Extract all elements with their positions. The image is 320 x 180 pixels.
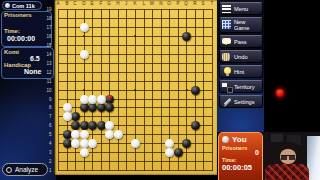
star-point [83, 89, 85, 91]
row-label: 14 [43, 51, 52, 56]
settings-icon [223, 97, 232, 106]
territory-icon [222, 82, 232, 92]
white-stone-C5 [71, 130, 80, 139]
player-stone-icon [222, 136, 229, 143]
pass-icon [222, 38, 231, 44]
prisoners-label: Prisoners [4, 12, 32, 18]
row-label: 18 [43, 15, 52, 20]
grid-line-vertical [178, 9, 179, 171]
white-stone-D3 [80, 148, 89, 157]
white-stone-B8 [63, 103, 72, 112]
black-stone-C6 [71, 121, 80, 130]
undo-button-label: Undo [234, 54, 248, 60]
right-sidebar: Menu New Game Pass Undo Hint Territory [217, 0, 264, 132]
row-label: 16 [43, 33, 52, 38]
analyze-label: Analyze [15, 166, 38, 173]
column-label: R [193, 0, 196, 5]
komi-value: 6.5 [30, 55, 40, 62]
new-game-button[interactable]: New Game [219, 17, 263, 33]
new-game-button-label: New Game [234, 19, 257, 30]
grid-line-horizontal [58, 116, 213, 117]
row-label: 17 [43, 24, 52, 29]
row-label: 11 [43, 78, 52, 83]
row-label: 2 [43, 158, 52, 163]
undo-icon [222, 53, 230, 61]
settings-button-label: Settings [234, 99, 255, 105]
wall-frame [271, 134, 283, 142]
row-label: 7 [43, 114, 52, 119]
row-label: 6 [43, 123, 52, 128]
analyze-icon [6, 167, 12, 173]
white-stone-F9 [97, 95, 106, 104]
row-label: 12 [43, 69, 52, 74]
star-point [186, 89, 188, 91]
white-stone-O3 [165, 148, 174, 157]
record-indicator-dot [276, 89, 284, 97]
column-label: C [73, 0, 76, 5]
white-stone-E4 [88, 139, 97, 148]
time-label: Time: [4, 28, 20, 34]
black-stone-R6 [191, 121, 200, 130]
pass-button[interactable]: Pass [219, 35, 263, 48]
menu-button[interactable]: Menu [219, 2, 263, 15]
territory-button[interactable]: Territory [219, 80, 263, 93]
column-label: N [159, 0, 162, 5]
hint-button-label: Hint [234, 69, 244, 75]
pass-button-label: Pass [234, 39, 247, 45]
menu-button-label: Menu [234, 6, 248, 12]
analyze-button[interactable]: Analyze [2, 163, 48, 176]
black-stone-E8 [88, 103, 97, 112]
column-label: Q [184, 0, 188, 5]
player-name-label: You [232, 135, 247, 144]
row-label: 1 [43, 167, 52, 172]
row-label: 3 [43, 149, 52, 154]
komi-label: Komi [4, 49, 19, 55]
white-stone-C4 [71, 139, 80, 148]
white-stone-D14 [80, 50, 89, 59]
hint-button[interactable]: Hint [219, 65, 263, 78]
row-label: 13 [43, 60, 52, 65]
grid-line-horizontal [58, 161, 213, 162]
row-label: 9 [43, 96, 52, 101]
new-game-icon [222, 20, 231, 29]
go-board[interactable]: ABCDEFGHJKLMNOPQRST [54, 0, 217, 175]
column-label: E [91, 0, 94, 5]
black-stone-Q16 [182, 32, 191, 41]
human-player-panel: You Prisoners 0 Time: 00:00:05 [218, 132, 263, 180]
column-label: O [167, 0, 171, 5]
column-label: F [99, 0, 102, 5]
settings-button[interactable]: Settings [219, 95, 263, 108]
black-stone-C7 [71, 112, 80, 121]
handicap-value: None [24, 68, 42, 75]
white-stone-K4 [131, 139, 140, 148]
white-stone-B7 [63, 112, 72, 121]
column-label: A [56, 0, 59, 5]
white-stone-icon [5, 3, 10, 8]
grid-line-vertical [161, 9, 162, 171]
webcam-view [263, 132, 320, 180]
row-label: 5 [43, 132, 52, 137]
column-label: K [133, 0, 136, 5]
black-stone-G8 [105, 103, 114, 112]
grid-line-vertical [152, 9, 153, 171]
row-label: 19 [43, 6, 52, 11]
go-app-screen: Com 11k Prisoners 0 Time: 00:00:00 Komi … [0, 0, 320, 180]
column-label: T [211, 0, 214, 5]
row-label: 8 [43, 105, 52, 110]
grid-line-vertical [144, 9, 145, 171]
white-stone-D5 [80, 130, 89, 139]
column-label: S [202, 0, 205, 5]
black-stone-D8 [80, 103, 89, 112]
white-stone-D17 [80, 23, 89, 32]
territory-button-label: Territory [234, 84, 255, 90]
column-label: G [108, 0, 112, 5]
computer-player-label: Com 11k [12, 3, 35, 9]
time-value: 00:00:00 [7, 35, 35, 42]
white-stone-G5 [105, 130, 114, 139]
computer-player-badge: Com 11k [2, 1, 42, 10]
grid-line-vertical [212, 9, 213, 171]
column-label: H [116, 0, 119, 5]
game-button-column: Menu New Game Pass Undo Hint Territory [219, 2, 263, 108]
black-stone-Q4 [182, 139, 191, 148]
column-label: B [65, 0, 68, 5]
black-stone-P3 [174, 148, 183, 157]
white-stone-E9 [88, 95, 97, 104]
hint-icon [224, 67, 231, 74]
black-stone-R10 [191, 86, 200, 95]
white-stone-G6 [105, 121, 114, 130]
white-stone-H5 [114, 130, 123, 139]
grid-line-horizontal [58, 170, 213, 171]
black-stone-F8 [97, 103, 106, 112]
column-label: D [82, 0, 85, 5]
grid-line-vertical [203, 9, 204, 171]
column-label: M [150, 0, 154, 5]
row-label: 10 [43, 87, 52, 92]
column-label: P [176, 0, 179, 5]
white-stone-O4 [165, 139, 174, 148]
player-shirt [265, 164, 309, 180]
you-time-value: 00:00:05 [222, 163, 259, 172]
column-label: J [125, 0, 127, 5]
black-stone-E6 [88, 121, 97, 130]
undo-button[interactable]: Undo [219, 50, 263, 63]
player-glasses [281, 155, 295, 160]
column-label: L [142, 0, 145, 5]
menu-icon [222, 5, 231, 14]
row-label: 4 [43, 141, 52, 146]
black-stone-G9 [105, 95, 114, 104]
row-label: 15 [43, 42, 52, 47]
